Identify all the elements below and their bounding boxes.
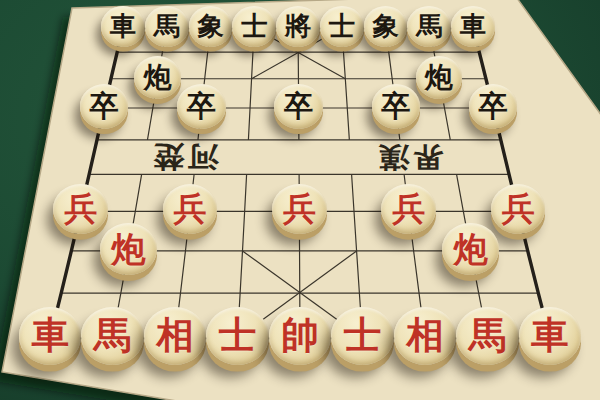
piece-red-cannon[interactable]: 炮 bbox=[442, 223, 499, 276]
piece-black-horse[interactable]: 馬 bbox=[145, 6, 189, 46]
piece-red-elephant[interactable]: 相 bbox=[144, 307, 207, 365]
piece-red-cannon[interactable]: 炮 bbox=[100, 223, 157, 276]
piece-black-cannon[interactable]: 炮 bbox=[134, 56, 181, 99]
piece-black-general[interactable]: 將 bbox=[276, 6, 320, 46]
piece-red-soldier[interactable]: 兵 bbox=[53, 184, 108, 234]
piece-black-chariot[interactable]: 車 bbox=[451, 6, 495, 46]
piece-red-chariot[interactable]: 車 bbox=[519, 307, 582, 365]
piece-black-chariot[interactable]: 車 bbox=[101, 6, 145, 46]
xiangqi-board: 楚河漢界 車馬象士將士象馬車炮炮卒卒卒卒卒兵兵兵兵兵炮炮車馬相士帥士相馬車 bbox=[0, 0, 600, 400]
piece-red-horse[interactable]: 馬 bbox=[456, 307, 519, 365]
piece-red-elephant[interactable]: 相 bbox=[394, 307, 457, 365]
piece-red-general[interactable]: 帥 bbox=[269, 307, 332, 365]
piece-black-soldier[interactable]: 卒 bbox=[177, 84, 226, 129]
pieces-layer: 車馬象士將士象馬車炮炮卒卒卒卒卒兵兵兵兵兵炮炮車馬相士帥士相馬車 bbox=[0, 0, 600, 400]
piece-red-advisor[interactable]: 士 bbox=[331, 307, 394, 365]
piece-black-soldier[interactable]: 卒 bbox=[469, 84, 518, 129]
piece-black-cannon[interactable]: 炮 bbox=[416, 56, 463, 99]
piece-red-horse[interactable]: 馬 bbox=[81, 307, 144, 365]
piece-black-soldier[interactable]: 卒 bbox=[274, 84, 323, 129]
piece-red-soldier[interactable]: 兵 bbox=[491, 184, 546, 234]
piece-red-advisor[interactable]: 士 bbox=[206, 307, 269, 365]
piece-black-advisor[interactable]: 士 bbox=[320, 6, 364, 46]
piece-red-soldier[interactable]: 兵 bbox=[272, 184, 327, 234]
piece-black-elephant[interactable]: 象 bbox=[189, 6, 233, 46]
piece-red-soldier[interactable]: 兵 bbox=[381, 184, 436, 234]
piece-red-chariot[interactable]: 車 bbox=[19, 307, 82, 365]
piece-red-soldier[interactable]: 兵 bbox=[163, 184, 218, 234]
piece-black-elephant[interactable]: 象 bbox=[364, 6, 408, 46]
piece-black-advisor[interactable]: 士 bbox=[232, 6, 276, 46]
table-felt: 楚河漢界 車馬象士將士象馬車炮炮卒卒卒卒卒兵兵兵兵兵炮炮車馬相士帥士相馬車 bbox=[0, 0, 600, 400]
piece-black-soldier[interactable]: 卒 bbox=[372, 84, 421, 129]
piece-black-horse[interactable]: 馬 bbox=[407, 6, 451, 46]
piece-black-soldier[interactable]: 卒 bbox=[80, 84, 129, 129]
